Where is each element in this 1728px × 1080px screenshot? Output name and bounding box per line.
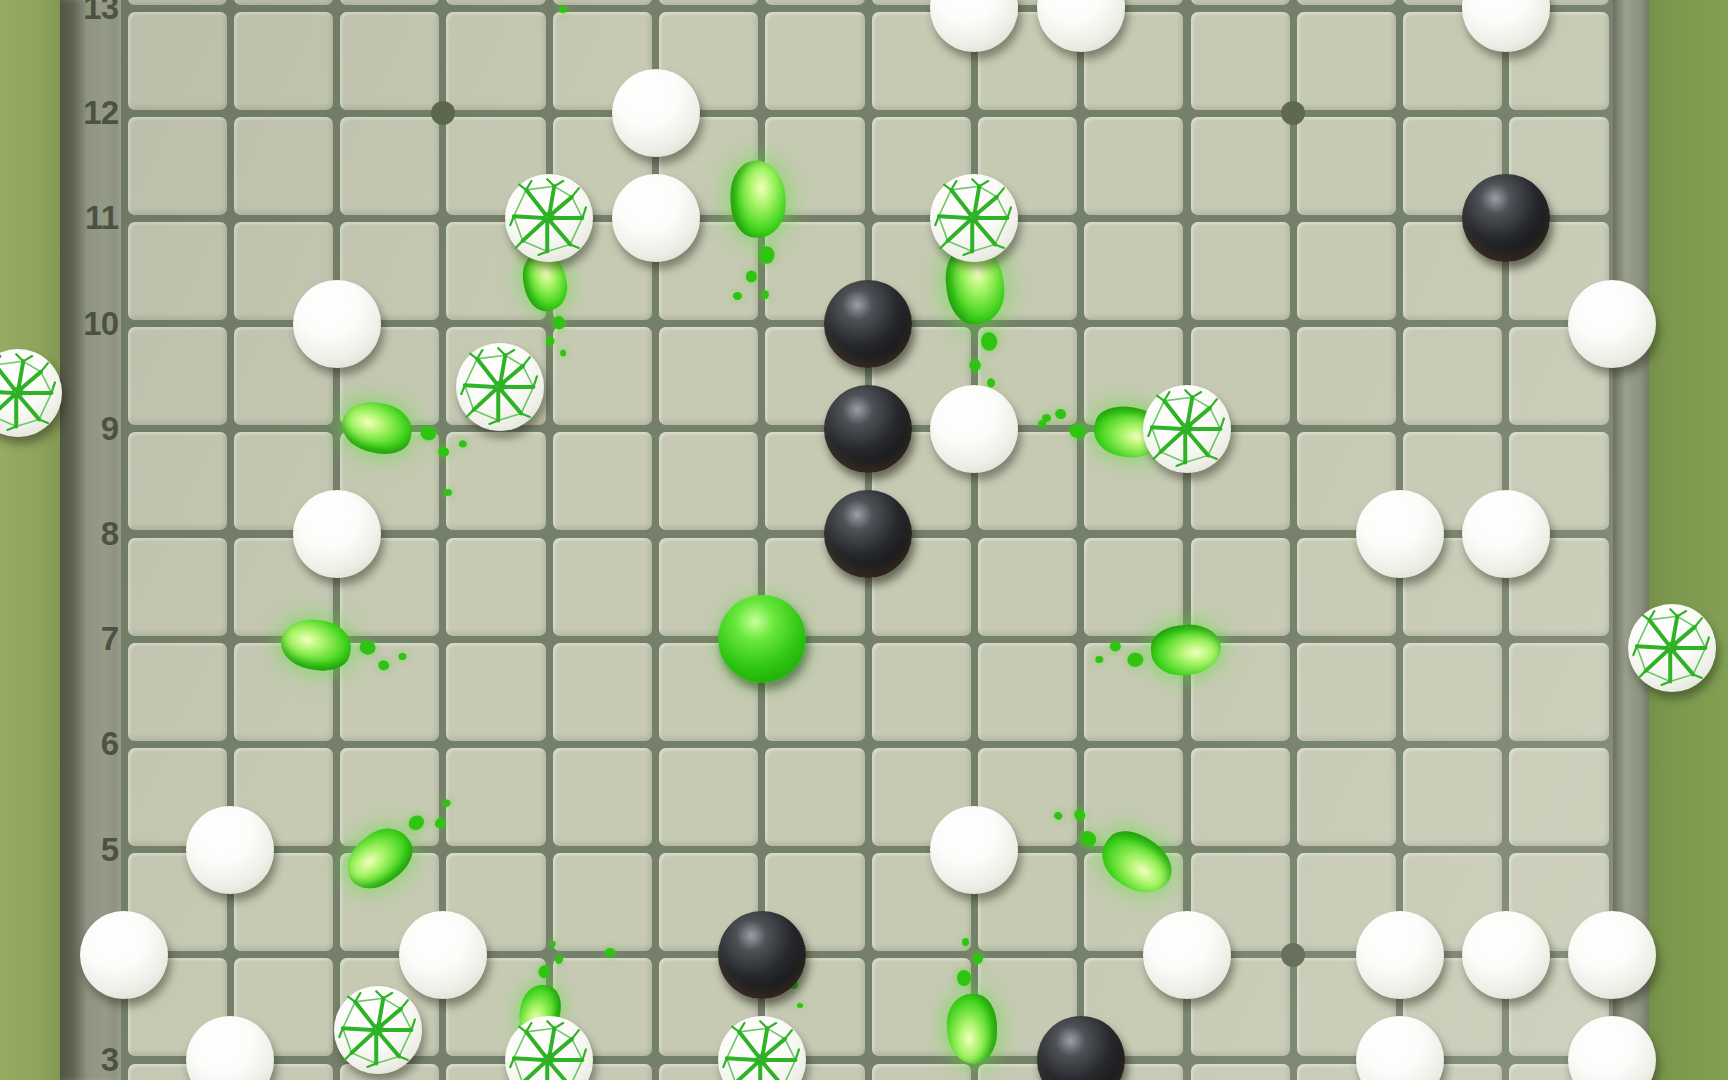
grid-tile (128, 432, 227, 530)
grid-tile (340, 12, 439, 110)
grid-tile (553, 748, 652, 846)
star-point (1281, 943, 1305, 967)
stone-white-c9-r9 (930, 385, 1018, 473)
grid-tile (128, 12, 227, 110)
stone-white-c15-r4 (1568, 911, 1656, 999)
grid-tile (1191, 222, 1290, 320)
stone-cracked-white-c7-r3 (718, 1016, 806, 1080)
stone-white-c2-r5 (186, 806, 274, 894)
slime-droplet (1042, 414, 1051, 422)
grid-tile (1297, 117, 1396, 215)
grid-tile (340, 117, 439, 215)
stone-cracked-white-debris (334, 986, 422, 1074)
row-label-13: 13 (78, 0, 118, 27)
grid-tile (128, 117, 227, 215)
grid-tile (659, 748, 758, 846)
stone-white-c11-r4 (1143, 911, 1231, 999)
crack-pattern-icon (456, 343, 544, 431)
stone-cracked-white-debris (1628, 604, 1716, 692)
grid-tile (446, 0, 545, 5)
slime-droplet (605, 948, 615, 957)
stone-black-c7-r4 (718, 911, 806, 999)
grid-tile (659, 0, 758, 5)
stone-white-c9-r5 (930, 806, 1018, 894)
row-label-10: 10 (78, 305, 118, 343)
row-label-8: 8 (78, 515, 118, 553)
slime-droplet (746, 270, 757, 282)
grid-tile (1191, 0, 1290, 5)
grid-tile (1403, 748, 1502, 846)
row-label-3: 3 (78, 1041, 118, 1079)
grid-tile (553, 327, 652, 425)
grid-tile (872, 1064, 971, 1080)
grid-tile (765, 0, 864, 5)
stone-cracked-white-debris (456, 343, 544, 431)
grid-tile (128, 643, 227, 741)
grid-tile (553, 538, 652, 636)
grid-tile (340, 643, 439, 741)
grid-tile (553, 643, 652, 741)
stone-cracked-white-c5-r11 (505, 174, 593, 262)
grid-tile (1191, 538, 1290, 636)
grid-tile (446, 748, 545, 846)
grid-tile (553, 0, 652, 5)
crack-pattern-icon (718, 1016, 806, 1080)
stone-white-c1-r4 (80, 911, 168, 999)
slime-droplet (733, 292, 742, 300)
slime-droplet (759, 246, 774, 264)
row-label-12: 12 (78, 94, 118, 132)
grid-tile (128, 538, 227, 636)
grid-tile (1297, 0, 1396, 5)
row-label-9: 9 (78, 410, 118, 448)
grid-tile (128, 222, 227, 320)
slime-droplet (973, 953, 983, 964)
crack-pattern-icon (505, 1016, 593, 1080)
stone-white-c6-r12 (612, 69, 700, 157)
table-background-left (0, 0, 66, 1080)
stone-black-c8-r9 (824, 385, 912, 473)
slime-blob (947, 994, 997, 1064)
grid-tile (872, 643, 971, 741)
grid-tile (446, 538, 545, 636)
stone-cracked-white-c5-r3 (505, 1016, 593, 1080)
grid-tile (234, 0, 333, 5)
row-label-11: 11 (78, 199, 118, 237)
stone-white-c14-r4 (1462, 911, 1550, 999)
grid-tile (128, 327, 227, 425)
stone-white-c6-r11 (612, 174, 700, 262)
grid-tile (340, 0, 439, 5)
stone-black-c8-r10 (824, 280, 912, 368)
grid-tile (1191, 117, 1290, 215)
grid-tile (659, 327, 758, 425)
game-screen: 131211109876543 (0, 0, 1728, 1080)
row-label-5: 5 (78, 831, 118, 869)
grid-tile (553, 432, 652, 530)
grid-tile (1297, 643, 1396, 741)
grid-tile (978, 538, 1077, 636)
stone-white-c13-r8 (1356, 490, 1444, 578)
grid-tile (1297, 748, 1396, 846)
grid-tile (128, 0, 227, 5)
star-point (431, 101, 455, 125)
grid-tile (1509, 748, 1608, 846)
grid-tile (1084, 222, 1183, 320)
grid-tile (1297, 327, 1396, 425)
grid-tile (1191, 748, 1290, 846)
grid-tile (1509, 643, 1608, 741)
crack-pattern-icon (0, 349, 62, 437)
crack-pattern-icon (1628, 604, 1716, 692)
crack-pattern-icon (930, 174, 1018, 262)
slime-droplet (962, 938, 969, 946)
row-label-7: 7 (78, 620, 118, 658)
grid-tile (1403, 643, 1502, 741)
grid-tile (446, 12, 545, 110)
crack-pattern-icon (334, 986, 422, 1074)
grid-tile (234, 12, 333, 110)
grid-tile (1403, 327, 1502, 425)
stone-white-c3-r10 (293, 280, 381, 368)
crack-pattern-icon (1143, 385, 1231, 473)
stone-black-c14-r11 (1462, 174, 1550, 262)
grid-tile (765, 748, 864, 846)
grid-tile (1191, 1064, 1290, 1080)
stone-cracked-white-debris (0, 349, 62, 437)
stone-cracked-white-c11-r9 (1143, 385, 1231, 473)
grid-tile (1297, 222, 1396, 320)
slime-blob (731, 160, 786, 237)
grid-tile (659, 432, 758, 530)
stone-white-c14-r8 (1462, 490, 1550, 578)
grid-tile (553, 853, 652, 951)
crack-pattern-icon (505, 174, 593, 262)
grid-tile (1084, 538, 1183, 636)
grid-tile (234, 117, 333, 215)
grid-tile (1297, 12, 1396, 110)
grid-tile (1191, 12, 1290, 110)
table-background-right (1645, 0, 1728, 1080)
stone-green-c7-r7 (718, 595, 806, 683)
grid-tile (765, 12, 864, 110)
stone-white-c3-r8 (293, 490, 381, 578)
grid-tile (978, 643, 1077, 741)
stone-white-c13-r4 (1356, 911, 1444, 999)
row-label-6: 6 (78, 725, 118, 763)
stone-black-c8-r8 (824, 490, 912, 578)
grid-tile (1084, 117, 1183, 215)
slime-droplet (761, 290, 769, 299)
slime-droplet (957, 970, 971, 986)
stone-cracked-white-c9-r11 (930, 174, 1018, 262)
stone-white-c15-r10 (1568, 280, 1656, 368)
grid-tile (446, 643, 545, 741)
